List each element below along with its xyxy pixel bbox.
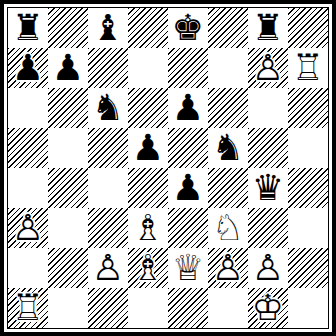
piece-glyph-fill: ♚ [168,8,208,48]
square-a5[interactable] [8,128,48,168]
piece-white-rook[interactable]: ♜♖ [8,288,48,328]
piece-glyph-outline: ♖ [288,48,328,88]
piece-glyph-fill: ♟ [48,48,88,88]
square-h1[interactable] [288,288,328,328]
piece-white-rook[interactable]: ♜♖ [288,48,328,88]
piece-glyph-outline: ♕ [168,248,208,288]
square-a2[interactable] [8,248,48,288]
piece-glyph-fill: ♞ [208,128,248,168]
square-d2[interactable]: ♝♗ [128,248,168,288]
piece-white-bishop[interactable]: ♝♗ [128,208,168,248]
square-h4[interactable] [288,168,328,208]
piece-glyph-fill: ♜ [248,8,288,48]
square-a7[interactable]: ♟ [8,48,48,88]
square-d8[interactable] [128,8,168,48]
square-g4[interactable]: ♛ [248,168,288,208]
square-f2[interactable]: ♟♙ [208,248,248,288]
square-f6[interactable] [208,88,248,128]
square-d1[interactable] [128,288,168,328]
piece-glyph-fill: ♞ [88,88,128,128]
piece-black-pawn[interactable]: ♟ [128,128,168,168]
square-h2[interactable] [288,248,328,288]
square-b1[interactable] [48,288,88,328]
piece-glyph-outline: ♙ [208,248,248,288]
square-d3[interactable]: ♝♗ [128,208,168,248]
square-g1[interactable]: ♚♔ [248,288,288,328]
square-g8[interactable]: ♜ [248,8,288,48]
piece-black-knight[interactable]: ♞ [88,88,128,128]
square-a3[interactable]: ♟♙ [8,208,48,248]
square-c1[interactable] [88,288,128,328]
piece-glyph-outline: ♔ [248,288,288,328]
square-a1[interactable]: ♜♖ [8,288,48,328]
piece-white-pawn[interactable]: ♟♙ [88,248,128,288]
square-c3[interactable] [88,208,128,248]
square-h6[interactable] [288,88,328,128]
piece-glyph-fill: ♟ [168,88,208,128]
piece-glyph-outline: ♙ [248,248,288,288]
piece-glyph-outline: ♙ [248,48,288,88]
square-e4[interactable]: ♟ [168,168,208,208]
piece-black-king[interactable]: ♚ [168,8,208,48]
square-c8[interactable]: ♝ [88,8,128,48]
piece-white-bishop[interactable]: ♝♗ [128,248,168,288]
piece-black-queen[interactable]: ♛ [248,168,288,208]
piece-glyph-fill: ♟ [128,128,168,168]
piece-black-rook[interactable]: ♜ [8,8,48,48]
square-c4[interactable] [88,168,128,208]
square-f4[interactable] [208,168,248,208]
square-f3[interactable]: ♞♘ [208,208,248,248]
square-e7[interactable] [168,48,208,88]
piece-black-knight[interactable]: ♞ [208,128,248,168]
square-c6[interactable]: ♞ [88,88,128,128]
piece-glyph-fill: ♜ [8,8,48,48]
square-a6[interactable] [8,88,48,128]
square-g6[interactable] [248,88,288,128]
square-b8[interactable] [48,8,88,48]
square-a8[interactable]: ♜ [8,8,48,48]
piece-glyph-fill: ♟ [168,168,208,208]
piece-glyph-outline: ♗ [128,208,168,248]
board-inner-border: ♜♝♚♜♟♟♟♙♜♖♞♟♟♞♟♛♟♙♝♗♞♘♟♙♝♗♛♕♟♙♟♙♜♖♚♔ [7,7,329,329]
square-f8[interactable] [208,8,248,48]
piece-white-pawn[interactable]: ♟♙ [8,208,48,248]
square-h8[interactable] [288,8,328,48]
square-h3[interactable] [288,208,328,248]
piece-black-pawn[interactable]: ♟ [8,48,48,88]
piece-white-pawn[interactable]: ♟♙ [248,48,288,88]
piece-black-pawn[interactable]: ♟ [48,48,88,88]
square-b5[interactable] [48,128,88,168]
piece-glyph-outline: ♙ [88,248,128,288]
square-c2[interactable]: ♟♙ [88,248,128,288]
square-d6[interactable] [128,88,168,128]
piece-black-pawn[interactable]: ♟ [168,88,208,128]
piece-glyph-outline: ♘ [208,208,248,248]
square-b3[interactable] [48,208,88,248]
piece-black-bishop[interactable]: ♝ [88,8,128,48]
square-c5[interactable] [88,128,128,168]
square-b2[interactable] [48,248,88,288]
square-e1[interactable] [168,288,208,328]
square-g7[interactable]: ♟♙ [248,48,288,88]
square-g3[interactable] [248,208,288,248]
piece-white-queen[interactable]: ♛♕ [168,248,208,288]
square-d7[interactable] [128,48,168,88]
piece-white-king[interactable]: ♚♔ [248,288,288,328]
square-e8[interactable]: ♚ [168,8,208,48]
piece-white-pawn[interactable]: ♟♙ [248,248,288,288]
piece-glyph-outline: ♗ [128,248,168,288]
piece-black-pawn[interactable]: ♟ [168,168,208,208]
square-h5[interactable] [288,128,328,168]
piece-glyph-fill: ♛ [248,168,288,208]
piece-glyph-outline: ♙ [8,208,48,248]
square-f1[interactable] [208,288,248,328]
square-h7[interactable]: ♜♖ [288,48,328,88]
square-c7[interactable] [88,48,128,88]
square-b4[interactable] [48,168,88,208]
square-d4[interactable] [128,168,168,208]
piece-white-pawn[interactable]: ♟♙ [208,248,248,288]
piece-glyph-fill: ♝ [88,8,128,48]
square-e5[interactable] [168,128,208,168]
square-g5[interactable] [248,128,288,168]
square-f7[interactable] [208,48,248,88]
square-a4[interactable] [8,168,48,208]
piece-glyph-outline: ♖ [8,288,48,328]
square-f5[interactable]: ♞ [208,128,248,168]
piece-black-rook[interactable]: ♜ [248,8,288,48]
board-frame: ♜♝♚♜♟♟♟♙♜♖♞♟♟♞♟♛♟♙♝♗♞♘♟♙♝♗♛♕♟♙♟♙♜♖♚♔ [0,0,336,336]
square-e6[interactable]: ♟ [168,88,208,128]
piece-glyph-fill: ♟ [8,48,48,88]
square-e2[interactable]: ♛♕ [168,248,208,288]
square-e3[interactable] [168,208,208,248]
square-g2[interactable]: ♟♙ [248,248,288,288]
piece-white-knight[interactable]: ♞♘ [208,208,248,248]
square-b7[interactable]: ♟ [48,48,88,88]
chess-board: ♜♝♚♜♟♟♟♙♜♖♞♟♟♞♟♛♟♙♝♗♞♘♟♙♝♗♛♕♟♙♟♙♜♖♚♔ [8,8,328,328]
square-d5[interactable]: ♟ [128,128,168,168]
square-b6[interactable] [48,88,88,128]
